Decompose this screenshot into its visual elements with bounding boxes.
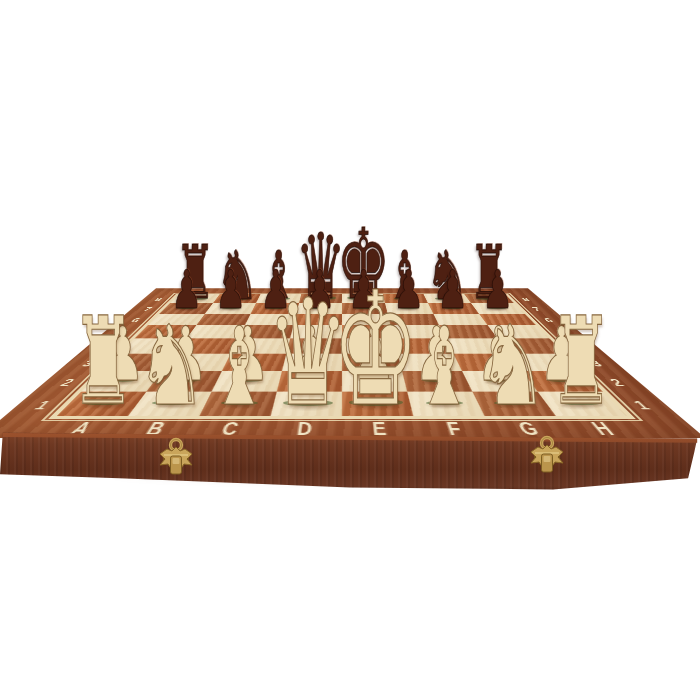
- brass-clasp-right: [525, 434, 569, 484]
- piece-white-rook-h1[interactable]: ♜: [521, 302, 642, 423]
- chess-set-scene: ABCDEFGH1234567812345678 ♜♞♝♛♚♝♞♜♟♟♟♟♟♟♟…: [0, 0, 700, 700]
- brass-clasp-left: [154, 436, 198, 486]
- white-rook-icon: ♜: [549, 302, 614, 423]
